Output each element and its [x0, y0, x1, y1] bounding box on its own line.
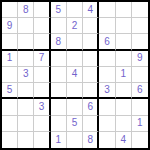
cell-r9c5[interactable]	[67, 132, 83, 148]
cell-r9c6[interactable]: 8	[83, 132, 99, 148]
cell-r8c1[interactable]	[2, 116, 18, 132]
cell-r4c5[interactable]	[67, 51, 83, 67]
cell-r8c2[interactable]	[18, 116, 34, 132]
cell-r5c5[interactable]: 4	[67, 67, 83, 83]
cell-r5c2[interactable]: 3	[18, 67, 34, 83]
cell-r6c5[interactable]	[67, 83, 83, 99]
cell-r8c9[interactable]: 1	[132, 116, 148, 132]
cell-r5c7[interactable]	[99, 67, 115, 83]
cell-r3c9[interactable]	[132, 34, 148, 50]
cell-r7c3[interactable]: 3	[34, 99, 50, 115]
cell-r8c7[interactable]	[99, 116, 115, 132]
cell-r3c5[interactable]	[67, 34, 83, 50]
cell-r9c9[interactable]	[132, 132, 148, 148]
cell-r4c6[interactable]	[83, 51, 99, 67]
cell-r1c1[interactable]	[2, 2, 18, 18]
cell-r5c3[interactable]	[34, 67, 50, 83]
cell-r9c3[interactable]	[34, 132, 50, 148]
cell-r2c3[interactable]	[34, 18, 50, 34]
cell-r5c1[interactable]	[2, 67, 18, 83]
cell-r7c5[interactable]	[67, 99, 83, 115]
cell-r9c1[interactable]	[2, 132, 18, 148]
cell-r3c4[interactable]: 8	[51, 34, 67, 50]
cell-r4c4[interactable]	[51, 51, 67, 67]
cell-r8c3[interactable]	[34, 116, 50, 132]
cell-r9c4[interactable]: 1	[51, 132, 67, 148]
cell-r4c2[interactable]	[18, 51, 34, 67]
cell-r4c9[interactable]: 9	[132, 51, 148, 67]
sudoku-board: 85492861793415363651184	[0, 0, 150, 150]
cell-r7c9[interactable]	[132, 99, 148, 115]
cell-r9c7[interactable]	[99, 132, 115, 148]
cell-r2c2[interactable]	[18, 18, 34, 34]
cell-r2c5[interactable]: 2	[67, 18, 83, 34]
cell-r7c8[interactable]	[116, 99, 132, 115]
cell-r6c6[interactable]	[83, 83, 99, 99]
cell-r2c7[interactable]	[99, 18, 115, 34]
cell-r1c5[interactable]	[67, 2, 83, 18]
cell-r1c4[interactable]: 5	[51, 2, 67, 18]
cell-r5c4[interactable]	[51, 67, 67, 83]
cell-r2c8[interactable]	[116, 18, 132, 34]
cell-r8c5[interactable]: 5	[67, 116, 83, 132]
cell-r6c2[interactable]	[18, 83, 34, 99]
cell-r5c6[interactable]	[83, 67, 99, 83]
cell-r5c9[interactable]	[132, 67, 148, 83]
cell-r8c4[interactable]	[51, 116, 67, 132]
cell-r8c6[interactable]	[83, 116, 99, 132]
cell-r4c8[interactable]	[116, 51, 132, 67]
cell-r6c7[interactable]: 3	[99, 83, 115, 99]
cell-r2c4[interactable]	[51, 18, 67, 34]
cell-r4c1[interactable]: 1	[2, 51, 18, 67]
cell-r6c8[interactable]	[116, 83, 132, 99]
cell-r3c8[interactable]	[116, 34, 132, 50]
cell-r7c6[interactable]: 6	[83, 99, 99, 115]
cell-r1c3[interactable]	[34, 2, 50, 18]
cell-r6c9[interactable]: 6	[132, 83, 148, 99]
cell-r5c8[interactable]: 1	[116, 67, 132, 83]
cell-r6c4[interactable]	[51, 83, 67, 99]
cell-r3c7[interactable]: 6	[99, 34, 115, 50]
cell-r1c7[interactable]	[99, 2, 115, 18]
cell-r3c2[interactable]	[18, 34, 34, 50]
cell-r3c3[interactable]	[34, 34, 50, 50]
cell-r4c3[interactable]: 7	[34, 51, 50, 67]
cell-r1c8[interactable]	[116, 2, 132, 18]
cell-r2c1[interactable]: 9	[2, 18, 18, 34]
cell-r7c4[interactable]	[51, 99, 67, 115]
cell-r6c1[interactable]: 5	[2, 83, 18, 99]
cell-r7c2[interactable]	[18, 99, 34, 115]
cell-r7c7[interactable]	[99, 99, 115, 115]
cell-r3c6[interactable]	[83, 34, 99, 50]
cell-r1c6[interactable]: 4	[83, 2, 99, 18]
cell-r1c2[interactable]: 8	[18, 2, 34, 18]
sudoku-app: 85492861793415363651184	[0, 0, 150, 150]
cell-r1c9[interactable]	[132, 2, 148, 18]
cell-r7c1[interactable]	[2, 99, 18, 115]
cell-r9c2[interactable]	[18, 132, 34, 148]
cell-r3c1[interactable]	[2, 34, 18, 50]
cell-r2c9[interactable]	[132, 18, 148, 34]
cell-r2c6[interactable]	[83, 18, 99, 34]
cell-r8c8[interactable]	[116, 116, 132, 132]
cell-r6c3[interactable]	[34, 83, 50, 99]
cell-r4c7[interactable]	[99, 51, 115, 67]
cell-r9c8[interactable]: 4	[116, 132, 132, 148]
